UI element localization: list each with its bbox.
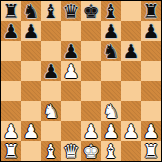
square-h6[interactable]	[141, 41, 161, 61]
square-h2[interactable]: ♟	[141, 121, 161, 141]
square-c7[interactable]	[41, 21, 61, 41]
square-h3[interactable]	[141, 101, 161, 121]
square-g7[interactable]	[121, 21, 141, 41]
square-d6[interactable]: ♟	[61, 41, 81, 61]
square-e4[interactable]	[81, 81, 101, 101]
piece-white-pawn: ♟	[2, 121, 19, 141]
piece-black-pawn: ♟	[102, 21, 119, 41]
piece-black-knight: ♞	[22, 1, 39, 21]
piece-white-queen: ♛	[62, 141, 79, 161]
square-g8[interactable]	[121, 1, 141, 21]
square-e2[interactable]: ♟	[81, 121, 101, 141]
square-e3[interactable]	[81, 101, 101, 121]
piece-black-bishop: ♝	[42, 1, 59, 21]
piece-black-rook: ♜	[142, 1, 159, 21]
square-f1[interactable]: ♝	[101, 141, 121, 161]
square-b4[interactable]	[21, 81, 41, 101]
piece-black-pawn: ♟	[42, 61, 59, 81]
square-c3[interactable]: ♞	[41, 101, 61, 121]
square-c2[interactable]	[41, 121, 61, 141]
square-d4[interactable]	[61, 81, 81, 101]
piece-white-knight: ♞	[102, 101, 119, 121]
square-f8[interactable]: ♝	[101, 1, 121, 21]
square-g6[interactable]: ♟	[121, 41, 141, 61]
piece-white-knight: ♞	[42, 101, 59, 121]
piece-white-king: ♚	[82, 141, 99, 161]
square-g2[interactable]: ♟	[121, 121, 141, 141]
square-b8[interactable]: ♞	[21, 1, 41, 21]
square-h5[interactable]	[141, 61, 161, 81]
square-d3[interactable]	[61, 101, 81, 121]
piece-black-pawn: ♟	[122, 41, 139, 61]
square-h7[interactable]: ♟	[141, 21, 161, 41]
piece-black-bishop: ♝	[102, 1, 119, 21]
square-a4[interactable]	[1, 81, 21, 101]
square-f5[interactable]	[101, 61, 121, 81]
piece-white-pawn: ♟	[142, 121, 159, 141]
piece-white-pawn: ♟	[102, 121, 119, 141]
square-a5[interactable]	[1, 61, 21, 81]
square-c1[interactable]: ♝	[41, 141, 61, 161]
square-e6[interactable]	[81, 41, 101, 61]
square-a1[interactable]: ♜	[1, 141, 21, 161]
square-e7[interactable]	[81, 21, 101, 41]
square-e1[interactable]: ♚	[81, 141, 101, 161]
piece-white-rook: ♜	[142, 141, 159, 161]
square-g5[interactable]	[121, 61, 141, 81]
square-f7[interactable]: ♟	[101, 21, 121, 41]
square-b5[interactable]	[21, 61, 41, 81]
square-c8[interactable]: ♝	[41, 1, 61, 21]
square-a2[interactable]: ♟	[1, 121, 21, 141]
square-d5[interactable]: ♟	[61, 61, 81, 81]
piece-black-king: ♚	[82, 1, 99, 21]
square-g1[interactable]	[121, 141, 141, 161]
piece-black-pawn: ♟	[2, 21, 19, 41]
square-a3[interactable]	[1, 101, 21, 121]
piece-black-pawn: ♟	[22, 21, 39, 41]
piece-white-pawn: ♟	[22, 121, 39, 141]
piece-black-queen: ♛	[62, 1, 79, 21]
piece-black-pawn: ♟	[62, 41, 79, 61]
square-c5[interactable]: ♟	[41, 61, 61, 81]
square-e8[interactable]: ♚	[81, 1, 101, 21]
square-d2[interactable]	[61, 121, 81, 141]
square-h1[interactable]: ♜	[141, 141, 161, 161]
square-b3[interactable]	[21, 101, 41, 121]
piece-black-knight: ♞	[102, 41, 119, 61]
square-g3[interactable]	[121, 101, 141, 121]
square-d8[interactable]: ♛	[61, 1, 81, 21]
square-h8[interactable]: ♜	[141, 1, 161, 21]
square-g4[interactable]	[121, 81, 141, 101]
chess-board: ♜♞♝♛♚♝♜♟♟♟♟♟♞♟♟♟♞♞♟♟♟♟♟♟♜♝♛♚♝♜	[0, 0, 162, 162]
piece-white-pawn: ♟	[62, 61, 79, 81]
square-f6[interactable]: ♞	[101, 41, 121, 61]
square-b1[interactable]	[21, 141, 41, 161]
square-e5[interactable]	[81, 61, 101, 81]
square-a7[interactable]: ♟	[1, 21, 21, 41]
piece-white-rook: ♜	[2, 141, 19, 161]
square-b6[interactable]	[21, 41, 41, 61]
piece-white-bishop: ♝	[102, 141, 119, 161]
square-d1[interactable]: ♛	[61, 141, 81, 161]
square-f4[interactable]	[101, 81, 121, 101]
square-b7[interactable]: ♟	[21, 21, 41, 41]
square-b2[interactable]: ♟	[21, 121, 41, 141]
square-c6[interactable]	[41, 41, 61, 61]
piece-black-rook: ♜	[2, 1, 19, 21]
piece-white-bishop: ♝	[42, 141, 59, 161]
square-a6[interactable]	[1, 41, 21, 61]
square-f3[interactable]: ♞	[101, 101, 121, 121]
piece-white-pawn: ♟	[122, 121, 139, 141]
square-d7[interactable]	[61, 21, 81, 41]
square-a8[interactable]: ♜	[1, 1, 21, 21]
piece-white-pawn: ♟	[82, 121, 99, 141]
square-c4[interactable]	[41, 81, 61, 101]
piece-black-pawn: ♟	[142, 21, 159, 41]
square-f2[interactable]: ♟	[101, 121, 121, 141]
square-h4[interactable]	[141, 81, 161, 101]
